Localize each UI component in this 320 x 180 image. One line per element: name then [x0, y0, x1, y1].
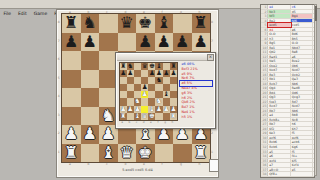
scrollbar-thumb[interactable] — [315, 6, 317, 21]
white-move-cell[interactable]: Rb1 — [268, 77, 291, 81]
move-number: 5 — [261, 23, 268, 27]
rank-label-3-left: 3 — [58, 113, 60, 117]
white-move-cell[interactable]: gxf4 — [268, 159, 291, 163]
rank-label-7-left: 7 — [58, 39, 60, 43]
square-a1[interactable]: ♜ — [120, 113, 127, 120]
white-move-cell[interactable]: Nf3 — [268, 14, 291, 18]
black-pawn[interactable]: ♟ — [192, 33, 211, 52]
file-label-f-bottom: f — [162, 162, 163, 166]
white-move-cell[interactable]: Rad1 — [268, 55, 291, 59]
square-b2[interactable]: ♟ — [127, 106, 134, 113]
black-move-cell[interactable]: e6 — [291, 28, 314, 32]
black-move-cell[interactable]: Bxe2 — [291, 59, 314, 63]
white-move-cell[interactable]: Be2 — [268, 19, 291, 23]
black-move-cell[interactable]: axb6 — [291, 140, 314, 144]
black-queen[interactable]: ♛ — [141, 63, 148, 70]
square-h1[interactable]: ♜ — [192, 144, 211, 163]
file-label-c-bottom: c — [106, 162, 108, 166]
chess-gui-window: FileEditGamePositionEngineWindowHelp ♜♞♛… — [0, 0, 320, 180]
move-number: 9 — [261, 41, 268, 45]
close-icon[interactable]: × — [207, 54, 214, 61]
mini-chess-board[interactable]: ♜♞♛♚♝♜♟♟♟♟♟♟♞♟♟♝♞♞♟♟♟♝♟♟♟♜♝♛♚♜ — [119, 62, 179, 122]
square-d1[interactable]: ♛ — [141, 113, 148, 120]
move-number: 2 — [261, 10, 268, 14]
move-number: 28 — [261, 127, 268, 131]
square-f7[interactable]: ♟ — [155, 33, 174, 52]
move-number: 36 — [261, 163, 268, 167]
white-queen[interactable]: ♛ — [118, 144, 137, 163]
black-move-cell[interactable]: h6 — [291, 122, 314, 126]
white-move-cell[interactable]: Kf2 — [268, 127, 291, 131]
move-number: 13 — [261, 59, 268, 63]
move-number: 20 — [261, 91, 268, 95]
black-move-cell[interactable]: Qxb2 — [291, 73, 314, 77]
square-d8[interactable]: ♛ — [141, 63, 148, 70]
rank-label-8-left: 8 — [58, 20, 60, 24]
square-h6[interactable] — [170, 77, 177, 84]
move-number: 24 — [261, 109, 268, 113]
black-move-cell[interactable]: Nxd7 — [291, 68, 314, 72]
mini-file-label-a: a — [119, 120, 126, 124]
file-label-e-bottom: e — [143, 162, 145, 166]
white-move-cell[interactable]: Qd2 — [268, 50, 291, 54]
white-move-cell[interactable]: O-O — [268, 32, 291, 36]
white-move-cell[interactable]: a6 — [268, 154, 291, 158]
square-g2[interactable]: ♟ — [163, 106, 170, 113]
move-number: 19 — [261, 86, 268, 90]
black-pawn[interactable]: ♟ — [136, 33, 155, 52]
square-e5[interactable] — [148, 84, 155, 91]
square-f5[interactable] — [155, 84, 162, 91]
square-c1[interactable]: ♝ — [99, 144, 118, 163]
square-e8[interactable]: ♚ — [136, 14, 155, 33]
black-move-cell[interactable]: Qa3 — [291, 77, 314, 81]
mini-file-label-g: g — [162, 120, 169, 124]
black-move-cell[interactable] — [291, 172, 314, 176]
square-d4[interactable]: ♟ — [141, 91, 148, 98]
move-number: 23 — [261, 104, 268, 108]
black-move-cell[interactable]: f5 — [291, 150, 314, 154]
move-row-38: 38Qf8+ — [261, 172, 314, 177]
black-move-cell[interactable]: Qd6 — [291, 91, 314, 95]
black-move-cell[interactable]: f4+ — [291, 154, 314, 158]
white-pawn[interactable]: ♟ — [163, 106, 170, 113]
black-bishop[interactable]: ♝ — [155, 14, 174, 33]
square-g1[interactable] — [163, 113, 170, 120]
black-move-cell[interactable]: a6 — [291, 55, 314, 59]
white-move-cell[interactable]: Ke3 — [268, 131, 291, 135]
move-number: 25 — [261, 113, 268, 117]
square-h8[interactable]: ♜ — [192, 14, 211, 33]
rank-label-7-right: 7 — [211, 39, 213, 43]
move-number: 11 — [261, 50, 268, 54]
black-move-cell[interactable]: Nb6 — [291, 82, 314, 86]
square-b7[interactable]: ♟ — [127, 70, 134, 77]
black-pawn[interactable]: ♟ — [155, 33, 174, 52]
square-g7[interactable]: ♟ — [163, 70, 170, 77]
white-move-cell[interactable]: Bg5 — [268, 41, 291, 45]
white-rook[interactable]: ♜ — [170, 113, 177, 120]
menu-item-game[interactable]: Game — [30, 10, 50, 17]
white-rook[interactable]: ♜ — [62, 144, 81, 163]
square-a8[interactable]: ♜ — [62, 14, 81, 33]
square-b6[interactable] — [127, 77, 134, 84]
square-e6[interactable] — [148, 77, 155, 84]
rank-label-6-left: 6 — [58, 57, 60, 61]
white-move-cell[interactable]: Qf8+ — [268, 172, 291, 176]
file-label-c-top: c — [106, 10, 108, 14]
black-pawn[interactable]: ♟ — [127, 70, 134, 77]
file-label-f-top: f — [162, 10, 163, 14]
black-move-cell[interactable]: Qb6 — [291, 64, 314, 68]
mini-file-label-c: c — [133, 120, 140, 124]
white-move-cell[interactable]: Ne5 — [268, 59, 291, 63]
book-move-12[interactable]: h5 1% — [180, 115, 212, 120]
square-e1[interactable]: ♚ — [136, 144, 155, 163]
black-move-cell[interactable]: Qxg3 — [291, 95, 314, 99]
square-f1[interactable] — [155, 144, 174, 163]
white-rook[interactable]: ♜ — [192, 144, 211, 163]
square-d7[interactable] — [141, 70, 148, 77]
moves-table: 1e4c62Nc3d53Nf3Bg44Be2Nf65exd5cxd56d4e67… — [260, 4, 315, 178]
square-a5[interactable] — [120, 84, 127, 91]
white-move-cell[interactable]: h3 — [268, 37, 291, 41]
square-c6[interactable] — [134, 77, 141, 84]
white-move-cell[interactable]: Rxb8+ — [268, 118, 291, 122]
file-label-d-bottom: d — [125, 162, 127, 166]
white-move-cell[interactable]: exd5 — [268, 23, 291, 27]
white-pawn[interactable]: ♟ — [127, 106, 134, 113]
move-number: 29 — [261, 131, 268, 135]
square-f6[interactable]: ♞ — [155, 77, 162, 84]
square-a7[interactable]: ♟ — [62, 33, 81, 52]
white-move-cell[interactable]: Bd4 — [268, 91, 291, 95]
rank-label-1-left: 1 — [58, 150, 60, 154]
black-move-cell[interactable]: Kh7 — [291, 127, 314, 131]
white-move-cell[interactable]: Qg4 — [268, 86, 291, 90]
black-rook[interactable]: ♜ — [192, 14, 211, 33]
square-c8[interactable] — [99, 14, 118, 33]
white-move-cell[interactable]: d4 — [268, 28, 291, 32]
white-king[interactable]: ♚ — [136, 144, 155, 163]
mini-file-label-h: h — [169, 120, 176, 124]
file-label-b-top: b — [88, 10, 90, 14]
white-pawn[interactable]: ♟ — [141, 91, 148, 98]
move-number: 6 — [261, 28, 268, 32]
square-b3[interactable] — [81, 107, 100, 126]
white-move-cell[interactable]: Bxb6 — [268, 140, 291, 144]
square-a2[interactable]: ♟ — [62, 125, 81, 144]
square-b1[interactable] — [127, 113, 134, 120]
file-label-g-top: g — [180, 10, 182, 14]
black-move-cell[interactable]: Nf6 — [291, 19, 314, 23]
black-move-cell[interactable]: Rad8 — [291, 86, 314, 90]
square-b5[interactable] — [81, 70, 100, 89]
mini-file-label-b: b — [126, 120, 133, 124]
file-label-a-top: a — [69, 10, 71, 14]
square-a4[interactable] — [120, 91, 127, 98]
black-move-cell[interactable]: Rb8 — [291, 113, 314, 117]
square-a3[interactable] — [62, 107, 81, 126]
black-pawn[interactable]: ♟ — [120, 70, 127, 77]
white-move-cell[interactable]: a4 — [268, 113, 291, 117]
white-move-cell[interactable]: Re1 — [268, 46, 291, 50]
white-move-cell[interactable]: fxg3 — [268, 100, 291, 104]
white-rook[interactable]: ♜ — [120, 113, 127, 120]
square-d7[interactable] — [118, 33, 137, 52]
book-window: Book × ♜♞♛♚♝♜♟♟♟♟♟♟♞♟♟♝♞♞♟♟♟♝♟♟♟♜♝♛♚♜ ab… — [115, 52, 216, 129]
black-knight[interactable]: ♞ — [155, 77, 162, 84]
black-move-cell[interactable]: Nb6 — [291, 109, 314, 113]
file-label-a-bottom: a — [69, 162, 71, 166]
menu-item-edit[interactable]: Edit — [15, 10, 31, 17]
square-d8[interactable]: ♛ — [118, 14, 137, 33]
move-number: 14 — [261, 64, 268, 68]
white-move-cell[interactable]: Qg3 — [268, 95, 291, 99]
move-number: 37 — [261, 168, 268, 172]
square-e1[interactable]: ♚ — [148, 113, 155, 120]
file-label-e-top: e — [143, 10, 145, 14]
square-g6[interactable] — [163, 77, 170, 84]
move-number: 30 — [261, 136, 268, 140]
black-move-cell[interactable]: Rd7 — [291, 100, 314, 104]
mini-file-label-d: d — [140, 120, 147, 124]
black-knight[interactable]: ♞ — [81, 14, 100, 33]
white-move-cell[interactable]: Rxd7 — [268, 104, 291, 108]
white-queen[interactable]: ♛ — [141, 113, 148, 120]
square-a6[interactable] — [120, 77, 127, 84]
move-number: 18 — [261, 82, 268, 86]
black-rook[interactable]: ♜ — [62, 14, 81, 33]
move-number: 35 — [261, 159, 268, 163]
white-bishop[interactable]: ♝ — [134, 113, 141, 120]
rank-label-4-left: 4 — [58, 94, 60, 98]
status-line: 5.exd5 cxd5 6.d4 — [57, 168, 218, 172]
white-bishop[interactable]: ♝ — [99, 144, 118, 163]
move-number: 4 — [261, 19, 268, 23]
white-move-cell[interactable]: Nc3 — [268, 10, 291, 14]
black-move-cell[interactable]: Bd6 — [291, 32, 314, 36]
square-g8[interactable] — [173, 14, 192, 33]
black-move-cell[interactable]: e5 — [291, 168, 314, 172]
square-b5[interactable] — [127, 84, 134, 91]
rank-label-1-right: 1 — [211, 150, 213, 154]
black-pawn[interactable]: ♟ — [81, 33, 100, 52]
square-f8[interactable]: ♝ — [155, 14, 174, 33]
black-pawn[interactable]: ♟ — [170, 70, 177, 77]
square-b4[interactable] — [127, 91, 134, 98]
black-queen[interactable]: ♛ — [118, 14, 137, 33]
square-a4[interactable] — [62, 88, 81, 107]
black-move-cell[interactable]: Kf5 — [291, 159, 314, 163]
file-label-d-top: d — [125, 10, 127, 14]
black-king[interactable]: ♚ — [136, 14, 155, 33]
square-h1[interactable]: ♜ — [170, 113, 177, 120]
scrollbar-track[interactable] — [314, 4, 318, 176]
white-pawn[interactable]: ♟ — [81, 125, 100, 144]
square-c7[interactable] — [99, 33, 118, 52]
black-bishop[interactable]: ♝ — [163, 91, 170, 98]
black-move-cell[interactable]: cxd5 — [291, 23, 314, 27]
move-number: 27 — [261, 122, 268, 126]
square-e7[interactable]: ♟ — [136, 33, 155, 52]
white-move-cell[interactable]: Rb7 — [268, 122, 291, 126]
black-pawn[interactable]: ♟ — [62, 33, 81, 52]
mini-board-coordinates: abcdefgh — [119, 120, 177, 124]
square-h4[interactable] — [170, 91, 177, 98]
move-number: 22 — [261, 100, 268, 104]
move-number: 15 — [261, 68, 268, 72]
black-move-cell[interactable]: Kg6 — [291, 145, 314, 149]
move-number: 1 — [261, 5, 268, 9]
white-pawn[interactable]: ♟ — [155, 106, 162, 113]
square-f1[interactable] — [155, 113, 162, 120]
square-g1[interactable] — [173, 144, 192, 163]
white-move-cell[interactable]: a8=Q — [268, 168, 291, 172]
white-move-cell[interactable]: Qxe2 — [268, 64, 291, 68]
black-pawn[interactable]: ♟ — [148, 70, 155, 77]
resize-grip[interactable] — [209, 159, 219, 172]
black-move-cell[interactable]: Nc8 — [291, 118, 314, 122]
move-number: 16 — [261, 73, 268, 77]
rank-label-2-right: 2 — [211, 131, 213, 135]
black-pawn[interactable]: ♟ — [163, 70, 170, 77]
black-move-cell[interactable]: Kxf4 — [291, 163, 314, 167]
menu-item-file[interactable]: File — [0, 10, 15, 17]
square-f2[interactable]: ♟ — [155, 106, 162, 113]
square-e7[interactable]: ♟ — [148, 70, 155, 77]
black-move-cell[interactable]: Nbd7 — [291, 46, 314, 50]
square-a7[interactable]: ♟ — [120, 70, 127, 77]
black-move-cell[interactable]: Bh5 — [291, 37, 314, 41]
move-number: 21 — [261, 95, 268, 99]
black-move-cell[interactable]: Nxd7 — [291, 104, 314, 108]
square-b1[interactable] — [81, 144, 100, 163]
move-number: 34 — [261, 154, 268, 158]
white-move-cell[interactable]: Rxb7 — [268, 82, 291, 86]
move-number: 17 — [261, 77, 268, 81]
square-a1[interactable]: ♜ — [62, 144, 81, 163]
black-move-cell[interactable]: f5 — [291, 131, 314, 135]
move-number: 8 — [261, 37, 268, 41]
square-g4[interactable]: ♝ — [163, 91, 170, 98]
white-move-cell[interactable]: Rxb6 — [268, 145, 291, 149]
square-h5[interactable] — [170, 84, 177, 91]
move-number: 26 — [261, 118, 268, 122]
move-number: 7 — [261, 32, 268, 36]
white-king[interactable]: ♚ — [148, 113, 155, 120]
move-number: 3 — [261, 14, 268, 18]
white-move-cell[interactable]: e4 — [268, 5, 291, 9]
black-move-cell[interactable]: gxf6 — [291, 136, 314, 140]
mini-file-label-e: e — [147, 120, 154, 124]
square-g7[interactable]: ♟ — [173, 33, 192, 52]
square-e4[interactable] — [148, 91, 155, 98]
black-move-cell[interactable]: O-O — [291, 41, 314, 45]
square-d3[interactable] — [141, 98, 148, 105]
rank-label-2-left: 2 — [58, 131, 60, 135]
square-c8[interactable] — [134, 63, 141, 70]
square-h7[interactable]: ♟ — [192, 33, 211, 52]
square-h7[interactable]: ♟ — [170, 70, 177, 77]
move-number: 31 — [261, 140, 268, 144]
square-b6[interactable] — [81, 51, 100, 70]
move-number: 33 — [261, 150, 268, 154]
file-label-h-bottom: h — [199, 162, 201, 166]
book-window-titlebar[interactable]: Book — [117, 54, 214, 61]
square-a5[interactable] — [62, 70, 81, 89]
file-label-b-bottom: b — [88, 162, 90, 166]
rank-label-5-left: 5 — [58, 76, 60, 80]
book-move-list: e6 46%Bxf3 21%e5 9%Nc6 7%a6 5%Nbd7 4%g6 … — [180, 62, 212, 120]
square-a6[interactable] — [62, 51, 81, 70]
black-move-cell[interactable]: Re8 — [291, 50, 314, 54]
square-b8[interactable]: ♞ — [81, 14, 100, 33]
mini-file-label-f: f — [154, 120, 161, 124]
white-move-cell[interactable]: a7 — [268, 163, 291, 167]
move-number: 12 — [261, 55, 268, 59]
file-label-g-bottom: g — [180, 162, 182, 166]
square-d1[interactable]: ♛ — [118, 144, 137, 163]
file-label-h-top: h — [199, 10, 201, 14]
move-number: 38 — [261, 172, 268, 176]
square-b4[interactable] — [81, 88, 100, 107]
move-number: 10 — [261, 46, 268, 50]
black-pawn[interactable]: ♟ — [173, 33, 192, 52]
square-c1[interactable]: ♝ — [134, 113, 141, 120]
black-move-cell[interactable]: Bg4 — [291, 14, 314, 18]
move-number: 32 — [261, 145, 268, 149]
rank-label-8-right: 8 — [211, 20, 213, 24]
white-move-cell[interactable]: Nxd7 — [268, 68, 291, 72]
white-move-cell[interactable]: Be3 — [268, 73, 291, 77]
white-pawn[interactable]: ♟ — [62, 125, 81, 144]
square-b7[interactable]: ♟ — [81, 33, 100, 52]
white-move-cell[interactable]: a5 — [268, 150, 291, 154]
square-c5[interactable] — [134, 84, 141, 91]
white-move-cell[interactable]: Rb7 — [268, 109, 291, 113]
square-b2[interactable]: ♟ — [81, 125, 100, 144]
square-c7[interactable] — [134, 70, 141, 77]
black-move-cell[interactable]: c6 — [291, 5, 314, 9]
white-move-cell[interactable]: exf6 — [268, 136, 291, 140]
black-move-cell[interactable]: d5 — [291, 10, 314, 14]
